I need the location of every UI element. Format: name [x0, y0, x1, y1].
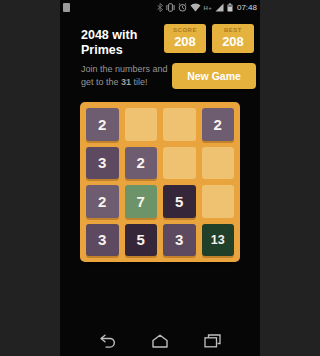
goal-text: Join the numbers and get to the 31 tile! — [81, 63, 173, 88]
signal-icon — [215, 3, 224, 12]
goal-tile-number: 31 — [121, 77, 131, 87]
empty-cell — [125, 108, 158, 141]
network-type-label: H+ — [204, 5, 212, 11]
best-label: BEST — [212, 27, 254, 34]
score-label: SCORE — [164, 27, 206, 34]
alarm-icon — [178, 3, 187, 12]
tile-5: 5 — [125, 224, 158, 257]
tile-3: 3 — [86, 224, 119, 257]
empty-cell — [163, 108, 196, 141]
empty-cell — [163, 147, 196, 180]
wifi-icon — [190, 3, 201, 12]
status-bar: H+ 07:48 — [60, 0, 260, 15]
android-nav-bar — [60, 326, 260, 356]
tile-5: 5 — [163, 185, 196, 218]
notification-icon — [63, 3, 70, 12]
tile-2: 2 — [202, 108, 235, 141]
tile-7: 7 — [125, 185, 158, 218]
phone-screen: H+ 07:48 2048 with Primes SCORE 208 BEST… — [60, 0, 260, 356]
empty-cell — [202, 147, 235, 180]
app-title-line2: Primes — [81, 43, 123, 57]
back-button[interactable] — [97, 333, 119, 349]
score-badge: SCORE 208 — [164, 24, 206, 53]
best-value: 208 — [212, 34, 254, 49]
clock: 07:48 — [237, 3, 257, 12]
empty-cell — [202, 185, 235, 218]
home-button[interactable] — [149, 333, 171, 349]
recents-icon — [204, 334, 221, 348]
battery-icon — [227, 3, 233, 12]
score-value: 208 — [164, 34, 206, 49]
app-title: 2048 with Primes — [81, 28, 176, 58]
tile-13: 13 — [202, 224, 235, 257]
home-icon — [151, 334, 169, 348]
game-board[interactable]: 223227535313 — [80, 102, 240, 262]
bluetooth-icon — [157, 3, 163, 12]
app-title-line1: 2048 with — [81, 28, 137, 42]
tile-3: 3 — [163, 224, 196, 257]
tile-2: 2 — [86, 185, 119, 218]
best-badge: BEST 208 — [212, 24, 254, 53]
new-game-button[interactable]: New Game — [172, 63, 256, 89]
tile-2: 2 — [125, 147, 158, 180]
recents-button[interactable] — [201, 333, 223, 349]
tile-3: 3 — [86, 147, 119, 180]
back-icon — [99, 334, 117, 348]
vibrate-icon — [166, 3, 175, 12]
tile-2: 2 — [86, 108, 119, 141]
